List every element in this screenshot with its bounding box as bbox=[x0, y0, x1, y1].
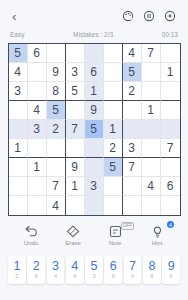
cell-r1c6[interactable] bbox=[104, 44, 123, 63]
cell-r9c4[interactable] bbox=[66, 196, 85, 215]
cell-r7c9[interactable] bbox=[161, 158, 180, 177]
cell-r6c5[interactable] bbox=[85, 139, 104, 158]
erase-icon bbox=[66, 225, 80, 238]
top-bar: ‹ bbox=[0, 0, 188, 24]
cell-r5c1[interactable] bbox=[9, 120, 28, 139]
note-icon bbox=[109, 225, 122, 238]
numpad-key-8[interactable]: 88 bbox=[143, 256, 161, 284]
mistakes-counter: Mistakes : 2/3 bbox=[73, 31, 113, 38]
hint-button[interactable]: 4 Hint bbox=[142, 225, 172, 246]
cell-r4c5[interactable]: 9 bbox=[85, 101, 104, 120]
cell-r2c7[interactable]: 5 bbox=[123, 63, 142, 82]
sudoku-board: 56474936513851245913275112371957713464 bbox=[8, 43, 181, 216]
cell-r9c2[interactable] bbox=[28, 196, 47, 215]
cell-r1c5[interactable] bbox=[85, 44, 104, 63]
cell-r1c9[interactable] bbox=[161, 44, 180, 63]
cell-r6c2[interactable] bbox=[28, 139, 47, 158]
cell-r6c7[interactable]: 3 bbox=[123, 139, 142, 158]
cell-r5c2[interactable]: 3 bbox=[28, 120, 47, 139]
numpad-remaining-count: 6 bbox=[170, 274, 173, 280]
toolbar: Undo Erase OFF Note 4 Hint bbox=[0, 225, 188, 246]
cell-r2c6[interactable] bbox=[104, 63, 123, 82]
cell-r2c2[interactable] bbox=[28, 63, 47, 82]
note-off-badge: OFF bbox=[121, 222, 134, 230]
cell-r8c6[interactable] bbox=[104, 177, 123, 196]
cell-r3c2[interactable] bbox=[28, 82, 47, 101]
palette-icon[interactable] bbox=[122, 10, 134, 22]
cell-r7c8[interactable] bbox=[142, 158, 161, 177]
hint-label: Hint bbox=[152, 240, 163, 246]
cell-r3c8[interactable] bbox=[142, 82, 161, 101]
cell-r6c8[interactable] bbox=[142, 139, 161, 158]
cell-r6c1[interactable]: 1 bbox=[9, 139, 28, 158]
undo-label: Undo bbox=[24, 240, 38, 246]
cell-r1c7[interactable]: 4 bbox=[123, 44, 142, 63]
cell-r3c1[interactable]: 3 bbox=[9, 82, 28, 101]
cell-r8c3[interactable]: 7 bbox=[47, 177, 66, 196]
numpad-key-4[interactable]: 44 bbox=[66, 256, 84, 284]
numpad-digit: 9 bbox=[168, 260, 175, 274]
cell-r2c4[interactable]: 3 bbox=[66, 63, 85, 82]
cell-r6c3[interactable] bbox=[47, 139, 66, 158]
numpad-digit: 1 bbox=[13, 260, 20, 274]
erase-label: Erase bbox=[65, 240, 81, 246]
cell-r9c7[interactable] bbox=[123, 196, 142, 215]
undo-icon bbox=[24, 225, 38, 238]
cell-r2c8[interactable] bbox=[142, 63, 161, 82]
numpad-key-7[interactable]: 74 bbox=[124, 256, 142, 284]
note-label: Note bbox=[109, 240, 122, 246]
cell-r6c9[interactable]: 7 bbox=[161, 139, 180, 158]
cell-r9c3[interactable]: 4 bbox=[47, 196, 66, 215]
erase-button[interactable]: Erase bbox=[58, 225, 88, 246]
numpad-remaining-count: 4 bbox=[54, 274, 57, 280]
cell-r4c8[interactable]: 1 bbox=[142, 101, 161, 120]
numpad-digit: 8 bbox=[148, 260, 155, 274]
cell-r6c6[interactable]: 2 bbox=[104, 139, 123, 158]
back-button[interactable]: ‹ bbox=[12, 10, 16, 23]
cell-r1c2[interactable]: 6 bbox=[28, 44, 47, 63]
cell-r5c8[interactable] bbox=[142, 120, 161, 139]
cell-r7c2[interactable]: 1 bbox=[28, 158, 47, 177]
numpad-remaining-count: 6 bbox=[35, 274, 38, 280]
numpad-key-1[interactable]: 12 bbox=[8, 256, 26, 284]
numpad-key-2[interactable]: 26 bbox=[27, 256, 45, 284]
cell-r2c5[interactable]: 6 bbox=[85, 63, 104, 82]
cell-r8c1[interactable] bbox=[9, 177, 28, 196]
numpad-digit: 2 bbox=[33, 260, 40, 274]
cell-r8c8[interactable]: 4 bbox=[142, 177, 161, 196]
cell-r5c6[interactable]: 1 bbox=[104, 120, 123, 139]
cell-r5c7[interactable] bbox=[123, 120, 142, 139]
cell-r9c6[interactable] bbox=[104, 196, 123, 215]
difficulty-label: Easy bbox=[10, 31, 24, 38]
cell-r4c3[interactable]: 5 bbox=[47, 101, 66, 120]
numpad-remaining-count: 8 bbox=[150, 274, 153, 280]
cell-r3c4[interactable]: 5 bbox=[66, 82, 85, 101]
cell-r3c5[interactable]: 1 bbox=[85, 82, 104, 101]
cell-r3c6[interactable] bbox=[104, 82, 123, 101]
cell-r1c3[interactable] bbox=[47, 44, 66, 63]
record-icon[interactable] bbox=[164, 10, 176, 22]
cell-r5c9[interactable] bbox=[161, 120, 180, 139]
cell-r8c4[interactable]: 1 bbox=[66, 177, 85, 196]
note-button[interactable]: OFF Note bbox=[100, 225, 130, 246]
numpad-key-9[interactable]: 96 bbox=[162, 256, 180, 284]
top-icons bbox=[122, 10, 176, 22]
cell-r7c4[interactable]: 9 bbox=[66, 158, 85, 177]
numpad-digit: 3 bbox=[52, 260, 59, 274]
cell-r3c3[interactable]: 8 bbox=[47, 82, 66, 101]
cell-r7c7[interactable]: 7 bbox=[123, 158, 142, 177]
timer: 00:13 bbox=[162, 31, 178, 38]
numpad-key-5[interactable]: 53 bbox=[85, 256, 103, 284]
cell-r8c7[interactable] bbox=[123, 177, 142, 196]
numpad-key-6[interactable]: 66 bbox=[104, 256, 122, 284]
cell-r4c6[interactable] bbox=[104, 101, 123, 120]
numpad-key-3[interactable]: 34 bbox=[47, 256, 65, 284]
hint-count-badge: 4 bbox=[167, 221, 174, 228]
cell-r7c6[interactable]: 5 bbox=[104, 158, 123, 177]
undo-button[interactable]: Undo bbox=[16, 225, 46, 246]
numpad-digit: 5 bbox=[91, 260, 98, 274]
numpad-remaining-count: 4 bbox=[131, 274, 134, 280]
cell-r4c1[interactable] bbox=[9, 101, 28, 120]
cell-r3c9[interactable] bbox=[161, 82, 180, 101]
numpad-digit: 6 bbox=[110, 260, 117, 274]
status-bar: Easy Mistakes : 2/3 00:13 bbox=[0, 31, 188, 38]
cell-r6c4[interactable] bbox=[66, 139, 85, 158]
number-pad: 122634445366748896 bbox=[0, 256, 188, 284]
cell-r5c4[interactable]: 7 bbox=[66, 120, 85, 139]
cell-r9c1[interactable] bbox=[9, 196, 28, 215]
cell-r4c7[interactable] bbox=[123, 101, 142, 120]
cell-r1c4[interactable] bbox=[66, 44, 85, 63]
cell-r7c1[interactable] bbox=[9, 158, 28, 177]
cell-r3c7[interactable]: 2 bbox=[123, 82, 142, 101]
cell-r7c3[interactable] bbox=[47, 158, 66, 177]
numpad-remaining-count: 6 bbox=[112, 274, 115, 280]
cell-r9c8[interactable] bbox=[142, 196, 161, 215]
cell-r2c9[interactable]: 1 bbox=[161, 63, 180, 82]
cell-r8c5[interactable]: 3 bbox=[85, 177, 104, 196]
cell-r4c2[interactable]: 4 bbox=[28, 101, 47, 120]
numpad-digit: 7 bbox=[129, 260, 136, 274]
cell-r8c2[interactable] bbox=[28, 177, 47, 196]
cell-r9c9[interactable] bbox=[161, 196, 180, 215]
cell-r4c9[interactable] bbox=[161, 101, 180, 120]
cell-r7c5[interactable] bbox=[85, 158, 104, 177]
cell-r9c5[interactable] bbox=[85, 196, 104, 215]
cell-r2c3[interactable]: 9 bbox=[47, 63, 66, 82]
cell-r5c3[interactable]: 2 bbox=[47, 120, 66, 139]
sudoku-app: ‹ Easy Mistakes : 2/3 00:13 56474 bbox=[0, 0, 188, 300]
cell-r5c5[interactable]: 5 bbox=[85, 120, 104, 139]
cell-r1c8[interactable]: 7 bbox=[142, 44, 161, 63]
cell-r1c1[interactable]: 5 bbox=[9, 44, 28, 63]
numpad-digit: 4 bbox=[71, 260, 78, 274]
numpad-remaining-count: 4 bbox=[73, 274, 76, 280]
numpad-remaining-count: 2 bbox=[15, 274, 18, 280]
numpad-remaining-count: 3 bbox=[92, 274, 95, 280]
cell-r2c1[interactable]: 4 bbox=[9, 63, 28, 82]
cell-r4c4[interactable] bbox=[66, 101, 85, 120]
pause-icon[interactable] bbox=[143, 10, 155, 22]
hint-icon bbox=[151, 225, 164, 238]
cell-r8c9[interactable]: 6 bbox=[161, 177, 180, 196]
